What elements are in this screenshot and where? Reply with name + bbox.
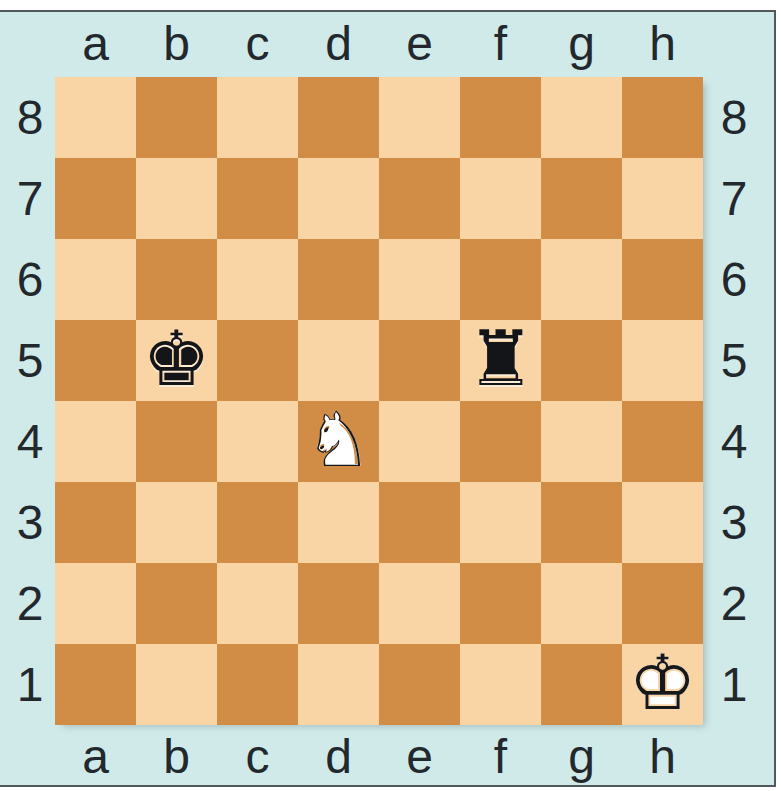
file-labels-bottom: abcdefgh [55,729,703,781]
rank-label-2-left: 2 [4,563,56,644]
rank-label-5-left: 5 [4,320,56,401]
square-e4[interactable] [379,401,460,482]
square-c1[interactable] [217,644,298,725]
square-f4[interactable] [460,401,541,482]
file-label-g-top: g [541,16,622,71]
rank-label-1-left: 1 [4,644,56,725]
rank-label-5-right: 5 [708,320,760,401]
rook-glyph: ♜ [466,321,534,397]
file-label-c-bottom: c [217,729,298,784]
file-label-b-top: b [136,16,217,71]
knight-outline-glyph: ♘ [304,402,372,478]
square-f8[interactable] [460,77,541,158]
square-b7[interactable] [136,158,217,239]
square-f1[interactable] [460,644,541,725]
rank-label-7-left: 7 [4,158,56,239]
square-e3[interactable] [379,482,460,563]
square-a2[interactable] [55,563,136,644]
square-f2[interactable] [460,563,541,644]
page: abcdefgh 87654321 87654321 ♚♜♞♘♚♔ abcdef… [0,0,781,791]
black-king[interactable]: ♚ [142,321,210,397]
square-d2[interactable] [298,563,379,644]
square-d1[interactable] [298,644,379,725]
square-d5[interactable] [298,320,379,401]
file-label-a-top: a [55,16,136,71]
square-b1[interactable] [136,644,217,725]
square-b3[interactable] [136,482,217,563]
rank-label-8-right: 8 [708,77,760,158]
rank-label-1-right: 1 [708,644,760,725]
file-label-a-bottom: a [55,729,136,784]
rank-label-7-right: 7 [708,158,760,239]
white-king[interactable]: ♚♔ [628,645,696,721]
file-label-c-top: c [217,16,298,71]
square-e8[interactable] [379,77,460,158]
square-c8[interactable] [217,77,298,158]
square-f6[interactable] [460,239,541,320]
white-knight[interactable]: ♞♘ [304,402,372,478]
file-labels-top: abcdefgh [55,16,703,68]
square-f7[interactable] [460,158,541,239]
square-f5[interactable]: ♜ [460,320,541,401]
square-g5[interactable] [541,320,622,401]
square-g3[interactable] [541,482,622,563]
square-d7[interactable] [298,158,379,239]
square-e6[interactable] [379,239,460,320]
square-g6[interactable] [541,239,622,320]
square-c6[interactable] [217,239,298,320]
square-d4[interactable]: ♞♘ [298,401,379,482]
file-label-d-bottom: d [298,729,379,784]
file-label-h-bottom: h [622,729,703,784]
chess-board: ♚♜♞♘♚♔ [55,77,703,725]
square-a3[interactable] [55,482,136,563]
file-label-e-bottom: e [379,729,460,784]
square-e2[interactable] [379,563,460,644]
square-b5[interactable]: ♚ [136,320,217,401]
rank-label-4-left: 4 [4,401,56,482]
square-h6[interactable] [622,239,703,320]
black-rook[interactable]: ♜ [466,321,534,397]
square-d8[interactable] [298,77,379,158]
rank-label-8-left: 8 [4,77,56,158]
square-b8[interactable] [136,77,217,158]
square-c7[interactable] [217,158,298,239]
square-e1[interactable] [379,644,460,725]
rank-label-3-left: 3 [4,482,56,563]
square-h8[interactable] [622,77,703,158]
rank-label-6-right: 6 [708,239,760,320]
square-c4[interactable] [217,401,298,482]
square-a4[interactable] [55,401,136,482]
square-c2[interactable] [217,563,298,644]
square-b4[interactable] [136,401,217,482]
file-label-d-top: d [298,16,379,71]
file-label-f-top: f [460,16,541,71]
square-a6[interactable] [55,239,136,320]
square-d3[interactable] [298,482,379,563]
rank-label-3-right: 3 [708,482,760,563]
file-label-h-top: h [622,16,703,71]
square-g8[interactable] [541,77,622,158]
square-a1[interactable] [55,644,136,725]
square-h3[interactable] [622,482,703,563]
square-h5[interactable] [622,320,703,401]
square-g4[interactable] [541,401,622,482]
square-h4[interactable] [622,401,703,482]
square-d6[interactable] [298,239,379,320]
square-b6[interactable] [136,239,217,320]
square-e5[interactable] [379,320,460,401]
square-a8[interactable] [55,77,136,158]
square-g7[interactable] [541,158,622,239]
square-a7[interactable] [55,158,136,239]
rank-label-6-left: 6 [4,239,56,320]
square-h7[interactable] [622,158,703,239]
square-e7[interactable] [379,158,460,239]
file-label-g-bottom: g [541,729,622,784]
rank-labels-left: 87654321 [4,77,56,725]
file-label-f-bottom: f [460,729,541,784]
square-f3[interactable] [460,482,541,563]
square-a5[interactable] [55,320,136,401]
rank-label-4-right: 4 [708,401,760,482]
square-h2[interactable] [622,563,703,644]
file-label-e-top: e [379,16,460,71]
square-b2[interactable] [136,563,217,644]
square-h1[interactable]: ♚♔ [622,644,703,725]
square-c5[interactable] [217,320,298,401]
square-g1[interactable] [541,644,622,725]
rank-label-2-right: 2 [708,563,760,644]
king-outline-glyph: ♔ [628,645,696,721]
square-c3[interactable] [217,482,298,563]
square-g2[interactable] [541,563,622,644]
king-glyph: ♚ [142,321,210,397]
file-label-b-bottom: b [136,729,217,784]
rank-labels-right: 87654321 [708,77,760,725]
